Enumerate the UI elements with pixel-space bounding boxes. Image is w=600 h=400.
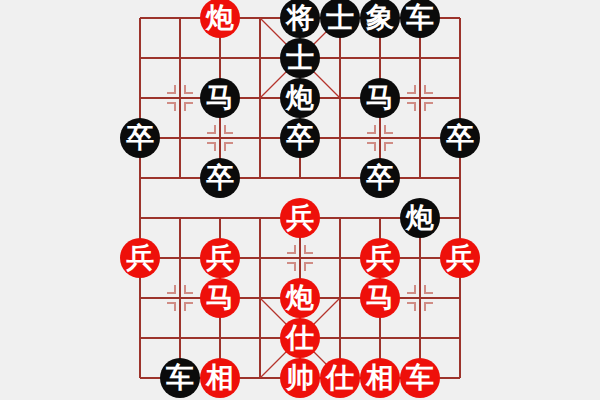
- piece-red-soldier[interactable]: 兵: [360, 238, 400, 278]
- piece-black-horse[interactable]: 马: [200, 78, 240, 118]
- piece-black-advisor[interactable]: 士: [280, 38, 320, 78]
- piece-black-elephant[interactable]: 象: [360, 0, 400, 38]
- piece-black-general[interactable]: 将: [280, 0, 320, 38]
- piece-black-soldier[interactable]: 卒: [120, 118, 160, 158]
- piece-black-soldier[interactable]: 卒: [200, 158, 240, 198]
- piece-red-soldier[interactable]: 兵: [120, 238, 160, 278]
- piece-red-general[interactable]: 帅: [280, 358, 320, 398]
- xiangqi-app: 炮将士象车士马炮马卒卒卒卒卒兵炮兵兵兵兵马炮马仕车相帅仕相车: [0, 0, 600, 400]
- piece-red-cannon[interactable]: 炮: [200, 0, 240, 38]
- piece-black-chariot[interactable]: 车: [400, 0, 440, 38]
- piece-black-soldier[interactable]: 卒: [360, 158, 400, 198]
- piece-red-soldier[interactable]: 兵: [440, 238, 480, 278]
- piece-red-advisor[interactable]: 仕: [280, 318, 320, 358]
- piece-red-horse[interactable]: 马: [360, 278, 400, 318]
- piece-black-chariot[interactable]: 车: [160, 358, 200, 398]
- xiangqi-board[interactable]: 炮将士象车士马炮马卒卒卒卒卒兵炮兵兵兵兵马炮马仕车相帅仕相车: [120, 0, 480, 398]
- piece-red-chariot[interactable]: 车: [400, 358, 440, 398]
- piece-black-soldier[interactable]: 卒: [280, 118, 320, 158]
- piece-red-soldier[interactable]: 兵: [280, 198, 320, 238]
- piece-red-elephant[interactable]: 相: [200, 358, 240, 398]
- piece-red-soldier[interactable]: 兵: [200, 238, 240, 278]
- piece-black-advisor[interactable]: 士: [320, 0, 360, 38]
- piece-red-advisor[interactable]: 仕: [320, 358, 360, 398]
- piece-black-cannon[interactable]: 炮: [280, 78, 320, 118]
- piece-red-horse[interactable]: 马: [200, 278, 240, 318]
- piece-black-horse[interactable]: 马: [360, 78, 400, 118]
- piece-black-soldier[interactable]: 卒: [440, 118, 480, 158]
- piece-red-elephant[interactable]: 相: [360, 358, 400, 398]
- piece-black-cannon[interactable]: 炮: [400, 198, 440, 238]
- piece-red-cannon[interactable]: 炮: [280, 278, 320, 318]
